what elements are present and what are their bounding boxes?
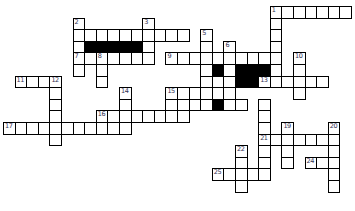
cell-r13-c24[interactable] xyxy=(281,157,294,170)
cell-r10-c10[interactable] xyxy=(119,122,132,135)
clue-number-22: 22 xyxy=(237,146,244,153)
clue-number-25: 25 xyxy=(214,169,221,176)
clue-number-13: 13 xyxy=(260,77,267,84)
clue-number-16: 16 xyxy=(98,111,105,118)
clue-number-15: 15 xyxy=(167,88,174,95)
clue-number-1: 1 xyxy=(272,7,276,14)
cell-r8-c20[interactable] xyxy=(235,99,248,112)
cell-r5-c6[interactable] xyxy=(73,64,86,77)
clue-number-17: 17 xyxy=(5,123,12,130)
cell-r0-c29[interactable] xyxy=(339,6,352,19)
clue-number-24: 24 xyxy=(307,158,314,165)
clue-number-3: 3 xyxy=(144,19,148,26)
clue-number-14: 14 xyxy=(121,88,128,95)
clue-number-8: 8 xyxy=(98,53,102,60)
clue-number-9: 9 xyxy=(167,53,171,60)
clue-number-12: 12 xyxy=(51,77,58,84)
cell-r2-c15[interactable] xyxy=(177,29,190,42)
cell-r15-c20[interactable] xyxy=(235,180,248,193)
cell-r14-c22[interactable] xyxy=(258,168,271,181)
clue-number-11: 11 xyxy=(17,77,24,84)
cell-r11-c4[interactable] xyxy=(49,134,62,147)
clue-number-19: 19 xyxy=(283,123,290,130)
clue-number-7: 7 xyxy=(75,53,79,60)
clue-number-21: 21 xyxy=(260,135,267,142)
clue-number-10: 10 xyxy=(295,53,302,60)
crossword-board: 123567891011121314151617192021222425 xyxy=(0,0,355,211)
cell-r6-c27[interactable] xyxy=(316,76,329,89)
clue-number-2: 2 xyxy=(75,19,79,26)
cell-r4-c12[interactable] xyxy=(142,52,155,65)
cell-r7-c25[interactable] xyxy=(293,87,306,100)
cell-r15-c28[interactable] xyxy=(328,180,341,193)
cell-r9-c15[interactable] xyxy=(177,110,190,123)
clue-number-5: 5 xyxy=(202,30,206,37)
clue-number-20: 20 xyxy=(330,123,337,130)
cell-r6-c8[interactable] xyxy=(96,76,109,89)
clue-number-6: 6 xyxy=(225,42,229,49)
